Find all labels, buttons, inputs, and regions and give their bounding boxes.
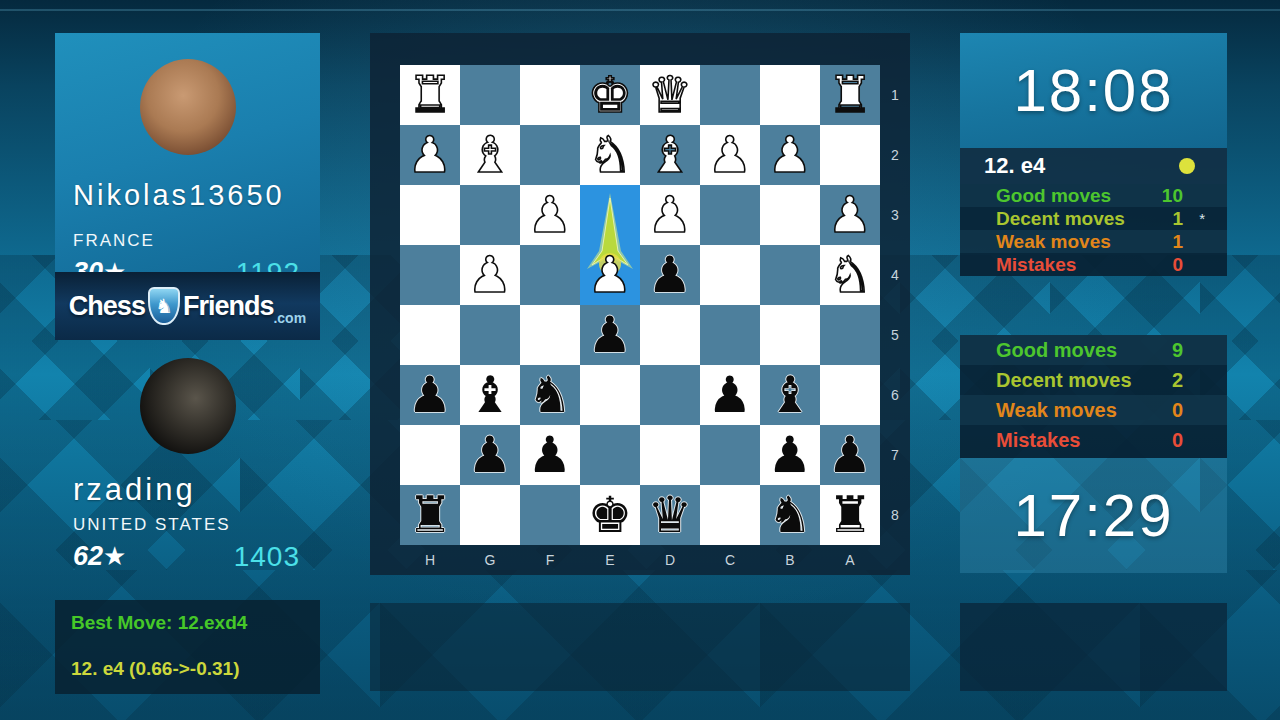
file-coordinate-labels: HGFEDCBA [400,545,880,575]
square-h3[interactable] [400,185,460,245]
stat-label: Decent moves [996,208,1125,229]
square-e5[interactable]: ♟ [580,305,640,365]
rank-label-4: 4 [880,245,910,305]
square-a1[interactable]: ♜ [820,65,880,125]
piece-black-rook: ♜ [400,485,460,545]
rank-label-7: 7 [880,425,910,485]
bottom-right-bar [960,603,1227,691]
stat-label: Good moves [996,339,1117,361]
piece-black-pawn: ♟ [400,365,460,425]
piece-black-pawn: ♟ [760,425,820,485]
square-f8[interactable] [520,485,580,545]
player-bottom-avatar [140,358,236,454]
square-h7[interactable] [400,425,460,485]
square-d1[interactable]: ♛ [640,65,700,125]
square-e8[interactable]: ♚ [580,485,640,545]
file-label-h: H [400,545,460,575]
rank-coordinate-labels: 12345678 [880,65,910,545]
stat-value: 1 [1172,230,1183,253]
square-c1[interactable] [700,65,760,125]
square-d3[interactable]: ♟ [640,185,700,245]
stat-label: Decent moves [996,369,1132,391]
rank-label-8: 8 [880,485,910,545]
square-a7[interactable]: ♟ [820,425,880,485]
square-f5[interactable] [520,305,580,365]
move-stats-rows: Good moves9Decent moves2Weak moves0Mista… [960,335,1227,455]
move-indicator-dot [1179,158,1195,174]
piece-black-rook: ♜ [820,485,880,545]
piece-white-pawn: ♟ [760,125,820,185]
piece-black-queen: ♛ [640,485,700,545]
square-d2[interactable]: ♝ [640,125,700,185]
square-g8[interactable] [460,485,520,545]
player-top-avatar [140,59,236,155]
square-e3[interactable] [580,185,640,245]
square-c7[interactable] [700,425,760,485]
square-g3[interactable] [460,185,520,245]
piece-black-bishop: ♝ [760,365,820,425]
file-label-g: G [460,545,520,575]
square-h5[interactable] [400,305,460,365]
stat-value: 0 [1172,253,1183,276]
stat-label: Mistakes [996,429,1081,451]
piece-black-pawn: ♟ [520,425,580,485]
logo-text-dotcom: .com [273,310,306,326]
player-bottom-starline: 62★ 1403 [73,541,306,572]
piece-black-knight: ♞ [760,485,820,545]
stat-value: 2 [1172,365,1183,395]
square-f4[interactable] [520,245,580,305]
knight-shield-icon: ♞ [148,287,180,325]
clock-bottom: 17:29 [960,458,1227,573]
square-h8[interactable]: ♜ [400,485,460,545]
piece-black-pawn: ♟ [460,425,520,485]
rank-label-6: 6 [880,365,910,425]
move-stats-panel-top: 12. e4 Good moves10Decent moves1*Weak mo… [960,148,1227,276]
piece-black-king: ♚ [580,485,640,545]
square-e2[interactable]: ♞ [580,125,640,185]
square-a5[interactable] [820,305,880,365]
player-top-country: FRANCE [73,231,155,251]
stat-row-good-moves: Good moves9 [960,335,1227,365]
piece-black-pawn: ♟ [700,365,760,425]
evaluation-box: Best Move: 12.exd4 12. e4 (0.66->-0.31) [55,600,320,694]
rank-label-5: 5 [880,305,910,365]
file-label-d: D [640,545,700,575]
player-bottom-card: rzading UNITED STATES 62★ 1403 [55,345,320,577]
stat-label: Good moves [996,185,1111,206]
played-move-eval-text: 12. e4 (0.66->-0.31) [71,658,239,680]
file-label-b: B [760,545,820,575]
piece-white-pawn: ♟ [700,125,760,185]
square-f6[interactable]: ♞ [520,365,580,425]
top-divider-line [0,9,1280,11]
square-e1[interactable]: ♚ [580,65,640,125]
square-e4[interactable]: ♟ [580,245,640,305]
square-d4[interactable]: ♟ [640,245,700,305]
rank-label-1: 1 [880,65,910,125]
square-h4[interactable] [400,245,460,305]
piece-black-pawn: ♟ [580,305,640,365]
square-g5[interactable] [460,305,520,365]
chess-board: ♜♚♛♜♟♝♞♝♟♟♟♟♟♟♟♟♞♟♟♝♞♟♝♟♟♟♟♜♚♛♞♜ [400,65,880,545]
square-b2[interactable]: ♟ [760,125,820,185]
stat-row-weak-moves: Weak moves0 [960,395,1227,425]
site-logo-bar: Chess ♞ Friends .com [55,272,320,340]
piece-black-knight: ♞ [520,365,580,425]
star-icon: ★ [103,541,126,571]
stat-value: 1 [1172,207,1183,230]
player-bottom-name: rzading [73,472,310,508]
piece-white-knight: ♞ [820,245,880,305]
square-a3[interactable]: ♟ [820,185,880,245]
square-f3[interactable]: ♟ [520,185,580,245]
file-label-f: F [520,545,580,575]
square-c8[interactable] [700,485,760,545]
square-a4[interactable]: ♞ [820,245,880,305]
square-c5[interactable] [700,305,760,365]
rank-label-3: 3 [880,185,910,245]
stat-value: 9 [1172,335,1183,365]
square-f7[interactable]: ♟ [520,425,580,485]
file-label-a: A [820,545,880,575]
piece-white-rook: ♜ [820,65,880,125]
square-a6[interactable] [820,365,880,425]
square-e7[interactable] [580,425,640,485]
piece-white-pawn: ♟ [580,245,640,305]
stat-label: Weak moves [996,231,1111,252]
square-c4[interactable] [700,245,760,305]
stat-suffix: * [1199,207,1205,230]
best-move-text: Best Move: 12.exd4 [71,612,247,634]
player-bottom-rating: 1403 [234,541,300,573]
square-c6[interactable]: ♟ [700,365,760,425]
square-b3[interactable] [760,185,820,245]
stat-value: 10 [1162,184,1183,207]
square-g7[interactable]: ♟ [460,425,520,485]
file-label-e: E [580,545,640,575]
player-bottom-country: UNITED STATES [73,515,231,535]
piece-black-pawn: ♟ [820,425,880,485]
bottom-center-bar [370,603,910,691]
move-stats-panel-bottom: Good moves9Decent moves2Weak moves0Mista… [960,335,1227,458]
stat-label: Weak moves [996,399,1117,421]
square-b4[interactable] [760,245,820,305]
square-d8[interactable]: ♛ [640,485,700,545]
square-e6[interactable] [580,365,640,425]
stat-label: Mistakes [996,254,1076,275]
square-h2[interactable]: ♟ [400,125,460,185]
square-g6[interactable]: ♝ [460,365,520,425]
logo-text-friends: Friends [183,291,274,322]
square-c3[interactable] [700,185,760,245]
piece-white-queen: ♛ [640,65,700,125]
logo-text-chess: Chess [69,291,145,322]
square-f1[interactable] [520,65,580,125]
square-d5[interactable] [640,305,700,365]
stat-row-good-moves: Good moves10 [960,184,1227,207]
stat-value: 0 [1172,425,1183,455]
current-move-header: 12. e4 [960,148,1227,184]
piece-white-rook: ♜ [400,65,460,125]
piece-black-bishop: ♝ [460,365,520,425]
square-a2[interactable] [820,125,880,185]
piece-white-pawn: ♟ [400,125,460,185]
chess-board-frame: ♜♚♛♜♟♝♞♝♟♟♟♟♟♟♟♟♞♟♟♝♞♟♝♟♟♟♟♜♚♛♞♜ HGFEDCB… [370,33,910,575]
square-b6[interactable]: ♝ [760,365,820,425]
square-h1[interactable]: ♜ [400,65,460,125]
piece-white-king: ♚ [580,65,640,125]
stat-row-mistakes: Mistakes0 [960,425,1227,455]
app-stage: Nikolas13650 FRANCE 30★ 1192 Chess ♞ Fri… [0,0,1280,720]
square-b7[interactable]: ♟ [760,425,820,485]
file-label-c: C [700,545,760,575]
square-h6[interactable]: ♟ [400,365,460,425]
stat-row-mistakes: Mistakes0 [960,253,1227,276]
move-stats-rows: Good moves10Decent moves1*Weak moves1Mis… [960,184,1227,276]
square-g2[interactable]: ♝ [460,125,520,185]
square-d7[interactable] [640,425,700,485]
square-g1[interactable] [460,65,520,125]
square-f2[interactable] [520,125,580,185]
stat-row-weak-moves: Weak moves1 [960,230,1227,253]
piece-white-bishop: ♝ [640,125,700,185]
piece-black-pawn: ♟ [640,245,700,305]
clock-top: 18:08 [960,33,1227,148]
square-d6[interactable] [640,365,700,425]
player-top-card: Nikolas13650 FRANCE 30★ 1192 Chess ♞ Fri… [55,33,320,340]
square-c2[interactable]: ♟ [700,125,760,185]
piece-white-pawn: ♟ [460,245,520,305]
square-b1[interactable] [760,65,820,125]
player-top-name: Nikolas13650 [73,179,310,212]
piece-white-pawn: ♟ [640,185,700,245]
rank-label-2: 2 [880,125,910,185]
player-bottom-stars: 62★ [73,541,126,571]
piece-white-pawn: ♟ [820,185,880,245]
square-a8[interactable]: ♜ [820,485,880,545]
square-b5[interactable] [760,305,820,365]
stat-row-decent-moves: Decent moves1* [960,207,1227,230]
piece-white-knight: ♞ [580,125,640,185]
piece-white-pawn: ♟ [520,185,580,245]
square-g4[interactable]: ♟ [460,245,520,305]
stat-row-decent-moves: Decent moves2 [960,365,1227,395]
stat-value: 0 [1172,395,1183,425]
square-b8[interactable]: ♞ [760,485,820,545]
piece-white-bishop: ♝ [460,125,520,185]
